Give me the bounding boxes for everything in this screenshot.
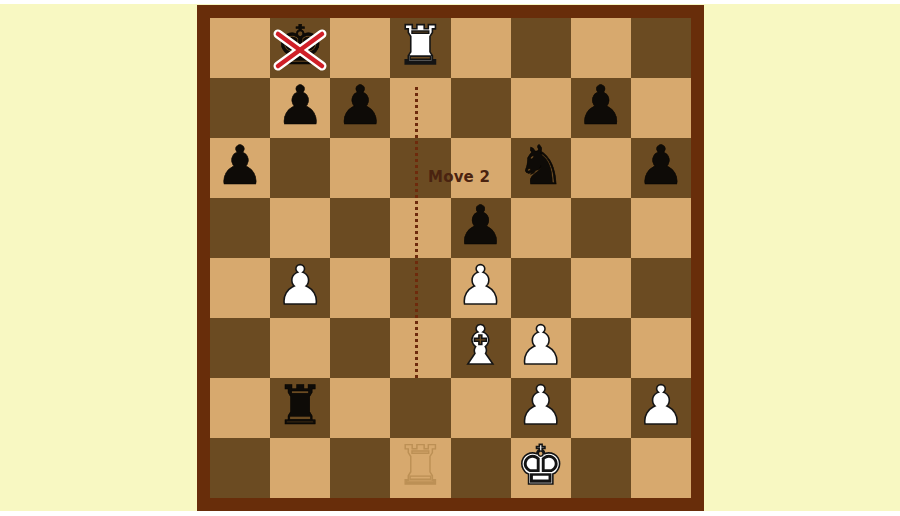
square-b4[interactable]: ♟ bbox=[270, 258, 330, 318]
white-pawn: ♟ bbox=[516, 379, 564, 433]
square-f7[interactable] bbox=[511, 78, 571, 138]
square-e5[interactable]: ♟ bbox=[451, 198, 511, 258]
black-pawn: ♟ bbox=[637, 139, 685, 193]
square-a4[interactable] bbox=[210, 258, 270, 318]
square-h3[interactable] bbox=[631, 318, 691, 378]
square-a7[interactable] bbox=[210, 78, 270, 138]
square-c7[interactable]: ♟ bbox=[330, 78, 390, 138]
square-a3[interactable] bbox=[210, 318, 270, 378]
square-a5[interactable] bbox=[210, 198, 270, 258]
square-a1[interactable] bbox=[210, 438, 270, 498]
square-f3[interactable]: ♟ bbox=[511, 318, 571, 378]
square-e8[interactable] bbox=[451, 18, 511, 78]
black-pawn: ♟ bbox=[456, 199, 504, 253]
white-pawn: ♟ bbox=[637, 379, 685, 433]
white-bishop: ♝ bbox=[456, 319, 504, 373]
square-a8[interactable] bbox=[210, 18, 270, 78]
white-rook-ghost: ♜ bbox=[396, 439, 444, 493]
white-pawn: ♟ bbox=[516, 319, 564, 373]
page: { "game": "chess", "view": "puzzle-diagr… bbox=[0, 0, 900, 516]
board-grid: ♚♜♟♟♟♟♞♟♟♟♟♝♟♜♟♟♜♚ bbox=[210, 18, 691, 498]
square-e6[interactable] bbox=[451, 138, 511, 198]
square-d7[interactable] bbox=[390, 78, 450, 138]
square-c4[interactable] bbox=[330, 258, 390, 318]
square-c8[interactable] bbox=[330, 18, 390, 78]
square-g8[interactable] bbox=[571, 18, 631, 78]
black-pawn: ♟ bbox=[216, 139, 264, 193]
square-f2[interactable]: ♟ bbox=[511, 378, 571, 438]
white-pawn: ♟ bbox=[456, 259, 504, 313]
square-e2[interactable] bbox=[451, 378, 511, 438]
chess-board: ♚♜♟♟♟♟♞♟♟♟♟♝♟♜♟♟♜♚ Move 2 bbox=[197, 5, 704, 511]
black-pawn: ♟ bbox=[577, 79, 625, 133]
square-h2[interactable]: ♟ bbox=[631, 378, 691, 438]
white-pawn: ♟ bbox=[276, 259, 324, 313]
square-d5[interactable] bbox=[390, 198, 450, 258]
square-d6[interactable] bbox=[390, 138, 450, 198]
square-d1[interactable]: ♜ bbox=[390, 438, 450, 498]
square-b5[interactable] bbox=[270, 198, 330, 258]
white-rook: ♜ bbox=[396, 19, 444, 73]
black-pawn: ♟ bbox=[336, 79, 384, 133]
square-d8[interactable]: ♜ bbox=[390, 18, 450, 78]
white-king: ♚ bbox=[516, 439, 564, 493]
square-c3[interactable] bbox=[330, 318, 390, 378]
square-d3[interactable] bbox=[390, 318, 450, 378]
square-b7[interactable]: ♟ bbox=[270, 78, 330, 138]
square-g2[interactable] bbox=[571, 378, 631, 438]
square-g6[interactable] bbox=[571, 138, 631, 198]
square-g7[interactable]: ♟ bbox=[571, 78, 631, 138]
black-pawn: ♟ bbox=[276, 79, 324, 133]
black-rook: ♜ bbox=[276, 379, 324, 433]
square-h1[interactable] bbox=[631, 438, 691, 498]
square-d2[interactable] bbox=[390, 378, 450, 438]
square-c1[interactable] bbox=[330, 438, 390, 498]
square-a2[interactable] bbox=[210, 378, 270, 438]
square-b2[interactable]: ♜ bbox=[270, 378, 330, 438]
square-f8[interactable] bbox=[511, 18, 571, 78]
square-f4[interactable] bbox=[511, 258, 571, 318]
square-b6[interactable] bbox=[270, 138, 330, 198]
square-a6[interactable]: ♟ bbox=[210, 138, 270, 198]
square-c6[interactable] bbox=[330, 138, 390, 198]
square-g1[interactable] bbox=[571, 438, 631, 498]
square-f6[interactable]: ♞ bbox=[511, 138, 571, 198]
square-h6[interactable]: ♟ bbox=[631, 138, 691, 198]
square-e4[interactable]: ♟ bbox=[451, 258, 511, 318]
black-king: ♚ bbox=[276, 19, 324, 73]
square-b3[interactable] bbox=[270, 318, 330, 378]
black-knight: ♞ bbox=[516, 139, 564, 193]
square-h8[interactable] bbox=[631, 18, 691, 78]
square-g3[interactable] bbox=[571, 318, 631, 378]
square-e7[interactable] bbox=[451, 78, 511, 138]
square-f1[interactable]: ♚ bbox=[511, 438, 571, 498]
square-h7[interactable] bbox=[631, 78, 691, 138]
square-c2[interactable] bbox=[330, 378, 390, 438]
square-h5[interactable] bbox=[631, 198, 691, 258]
square-f5[interactable] bbox=[511, 198, 571, 258]
square-b8[interactable]: ♚ bbox=[270, 18, 330, 78]
square-g5[interactable] bbox=[571, 198, 631, 258]
square-c5[interactable] bbox=[330, 198, 390, 258]
square-g4[interactable] bbox=[571, 258, 631, 318]
square-d4[interactable] bbox=[390, 258, 450, 318]
square-b1[interactable] bbox=[270, 438, 330, 498]
square-h4[interactable] bbox=[631, 258, 691, 318]
square-e1[interactable] bbox=[451, 438, 511, 498]
square-e3[interactable]: ♝ bbox=[451, 318, 511, 378]
